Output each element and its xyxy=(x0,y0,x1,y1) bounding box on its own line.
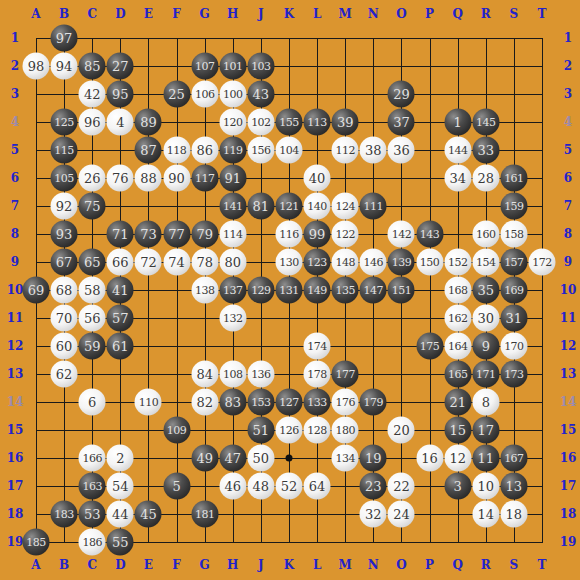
stone-N7[interactable]: 111 xyxy=(360,193,387,220)
col-label-bottom-H: H xyxy=(227,558,238,572)
stone-G2[interactable]: 107 xyxy=(191,53,218,80)
row-label-left-19: 19 xyxy=(7,535,24,549)
row-label-right-13: 13 xyxy=(560,367,577,381)
stone-R8[interactable]: 160 xyxy=(472,221,499,248)
stone-Q6[interactable]: 34 xyxy=(444,165,471,192)
row-label-left-16: 16 xyxy=(7,451,24,465)
col-label-top-Q: Q xyxy=(452,7,462,21)
col-label-top-C: C xyxy=(87,7,97,21)
stone-N18[interactable]: 32 xyxy=(360,501,387,528)
stone-Q11[interactable]: 162 xyxy=(444,305,471,332)
stone-R5[interactable]: 33 xyxy=(472,137,499,164)
stone-S9[interactable]: 157 xyxy=(500,249,527,276)
col-label-bottom-J: J xyxy=(258,558,264,572)
stone-B7[interactable]: 92 xyxy=(51,193,78,220)
stone-H14[interactable]: 83 xyxy=(219,389,246,416)
col-label-bottom-D: D xyxy=(115,558,125,572)
stone-R16[interactable]: 11 xyxy=(472,445,499,472)
col-label-top-O: O xyxy=(396,7,406,21)
stone-E9[interactable]: 72 xyxy=(135,249,162,276)
col-label-top-K: K xyxy=(284,7,294,21)
col-label-bottom-L: L xyxy=(313,558,321,572)
stone-C12[interactable]: 59 xyxy=(79,333,106,360)
stone-L9[interactable]: 123 xyxy=(304,249,331,276)
col-label-bottom-M: M xyxy=(339,558,352,572)
stone-R10[interactable]: 35 xyxy=(472,277,499,304)
stone-R9[interactable]: 154 xyxy=(472,249,499,276)
col-label-top-T: T xyxy=(538,7,547,21)
stone-C2[interactable]: 85 xyxy=(79,53,106,80)
stone-S18[interactable]: 18 xyxy=(500,501,527,528)
stone-Q16[interactable]: 12 xyxy=(444,445,471,472)
stone-R15[interactable]: 17 xyxy=(472,417,499,444)
stone-R14[interactable]: 8 xyxy=(472,389,499,416)
stone-B18[interactable]: 183 xyxy=(51,501,78,528)
stone-P9[interactable]: 150 xyxy=(416,249,443,276)
stone-J2[interactable]: 103 xyxy=(247,53,274,80)
row-label-left-14: 14 xyxy=(7,395,24,409)
grid-vline-T xyxy=(542,38,543,543)
row-label-right-17: 17 xyxy=(560,479,577,493)
stone-M7[interactable]: 124 xyxy=(332,193,359,220)
col-label-bottom-G: G xyxy=(200,558,210,572)
stone-S13[interactable]: 173 xyxy=(500,361,527,388)
stone-T9[interactable]: 172 xyxy=(528,249,555,276)
stone-S6[interactable]: 161 xyxy=(500,165,527,192)
stone-O4[interactable]: 37 xyxy=(388,109,415,136)
row-label-right-8: 8 xyxy=(564,227,572,241)
stone-N16[interactable]: 19 xyxy=(360,445,387,472)
row-label-right-7: 7 xyxy=(564,199,572,213)
stone-L7[interactable]: 140 xyxy=(304,193,331,220)
stone-J4[interactable]: 102 xyxy=(247,109,274,136)
stone-D16[interactable]: 2 xyxy=(107,445,134,472)
stone-E6[interactable]: 88 xyxy=(135,165,162,192)
stone-Q14[interactable]: 21 xyxy=(444,389,471,416)
col-label-bottom-R: R xyxy=(481,558,491,572)
stone-D11[interactable]: 57 xyxy=(107,305,134,332)
stone-D4[interactable]: 4 xyxy=(107,109,134,136)
row-label-right-18: 18 xyxy=(560,507,577,521)
stone-C7[interactable]: 75 xyxy=(79,193,106,220)
stone-J5[interactable]: 156 xyxy=(247,137,274,164)
stone-M9[interactable]: 148 xyxy=(332,249,359,276)
stone-B12[interactable]: 60 xyxy=(51,333,78,360)
stone-M14[interactable]: 176 xyxy=(332,389,359,416)
stone-B1[interactable]: 97 xyxy=(51,25,78,52)
stone-J10[interactable]: 129 xyxy=(247,277,274,304)
col-label-bottom-B: B xyxy=(59,558,69,572)
stone-D3[interactable]: 95 xyxy=(107,81,134,108)
stone-S10[interactable]: 169 xyxy=(500,277,527,304)
stone-K17[interactable]: 52 xyxy=(275,473,302,500)
col-label-top-N: N xyxy=(368,7,379,21)
star-point-K16 xyxy=(285,455,292,462)
stone-R11[interactable]: 30 xyxy=(472,305,499,332)
stone-J16[interactable]: 50 xyxy=(247,445,274,472)
row-label-right-19: 19 xyxy=(560,535,577,549)
row-label-left-15: 15 xyxy=(7,423,24,437)
stone-B2[interactable]: 94 xyxy=(51,53,78,80)
stone-F6[interactable]: 90 xyxy=(163,165,190,192)
stone-G14[interactable]: 82 xyxy=(191,389,218,416)
grid-vline-F xyxy=(177,38,178,543)
stone-B5[interactable]: 115 xyxy=(51,137,78,164)
row-label-right-12: 12 xyxy=(560,339,577,353)
go-board[interactable]: AABBCCDDEEFFGGHHJJKKLLMMNNOOPPQQRRSSTT11… xyxy=(0,0,580,580)
stone-K10[interactable]: 131 xyxy=(275,277,302,304)
stone-C10[interactable]: 58 xyxy=(79,277,106,304)
stone-H7[interactable]: 141 xyxy=(219,193,246,220)
col-label-bottom-S: S xyxy=(510,558,519,572)
stone-F3[interactable]: 25 xyxy=(163,81,190,108)
stone-F9[interactable]: 74 xyxy=(163,249,190,276)
stone-R13[interactable]: 171 xyxy=(472,361,499,388)
stone-C19[interactable]: 186 xyxy=(79,529,106,556)
stone-B6[interactable]: 105 xyxy=(51,165,78,192)
stone-G5[interactable]: 86 xyxy=(191,137,218,164)
stone-Q17[interactable]: 3 xyxy=(444,473,471,500)
col-label-bottom-T: T xyxy=(538,558,547,572)
col-label-top-L: L xyxy=(313,7,321,21)
row-label-right-6: 6 xyxy=(564,171,572,185)
col-label-top-S: S xyxy=(510,7,519,21)
stone-D10[interactable]: 41 xyxy=(107,277,134,304)
stone-K5[interactable]: 104 xyxy=(275,137,302,164)
stone-D6[interactable]: 76 xyxy=(107,165,134,192)
stone-M15[interactable]: 180 xyxy=(332,417,359,444)
stone-H3[interactable]: 100 xyxy=(219,81,246,108)
col-label-top-H: H xyxy=(227,7,238,21)
stone-H4[interactable]: 120 xyxy=(219,109,246,136)
stone-A10[interactable]: 69 xyxy=(23,277,50,304)
stone-Q4[interactable]: 1 xyxy=(444,109,471,136)
stone-K7[interactable]: 121 xyxy=(275,193,302,220)
stone-H2[interactable]: 101 xyxy=(219,53,246,80)
stone-E4[interactable]: 89 xyxy=(135,109,162,136)
stone-S12[interactable]: 170 xyxy=(500,333,527,360)
stone-S8[interactable]: 158 xyxy=(500,221,527,248)
stone-G8[interactable]: 79 xyxy=(191,221,218,248)
stone-D8[interactable]: 71 xyxy=(107,221,134,248)
row-label-right-10: 10 xyxy=(560,283,577,297)
stone-N5[interactable]: 38 xyxy=(360,137,387,164)
stone-H11[interactable]: 132 xyxy=(219,305,246,332)
stone-L17[interactable]: 64 xyxy=(304,473,331,500)
stone-P8[interactable]: 143 xyxy=(416,221,443,248)
stone-E18[interactable]: 45 xyxy=(135,501,162,528)
stone-H5[interactable]: 119 xyxy=(219,137,246,164)
stone-P16[interactable]: 16 xyxy=(416,445,443,472)
stone-G3[interactable]: 106 xyxy=(191,81,218,108)
row-label-right-4: 4 xyxy=(564,115,572,129)
col-label-top-F: F xyxy=(172,7,181,21)
row-label-left-10: 10 xyxy=(7,283,24,297)
stone-G13[interactable]: 84 xyxy=(191,361,218,388)
stone-A2[interactable]: 98 xyxy=(23,53,50,80)
col-label-bottom-E: E xyxy=(144,558,153,572)
stone-O10[interactable]: 151 xyxy=(388,277,415,304)
stone-A19[interactable]: 185 xyxy=(23,529,50,556)
col-label-bottom-P: P xyxy=(425,558,434,572)
stone-N9[interactable]: 146 xyxy=(360,249,387,276)
stone-O8[interactable]: 142 xyxy=(388,221,415,248)
stone-M16[interactable]: 134 xyxy=(332,445,359,472)
stone-O17[interactable]: 22 xyxy=(388,473,415,500)
stone-B4[interactable]: 125 xyxy=(51,109,78,136)
stone-D18[interactable]: 44 xyxy=(107,501,134,528)
stone-C6[interactable]: 26 xyxy=(79,165,106,192)
stone-C3[interactable]: 42 xyxy=(79,81,106,108)
stone-C4[interactable]: 96 xyxy=(79,109,106,136)
stone-J3[interactable]: 43 xyxy=(247,81,274,108)
stone-C18[interactable]: 53 xyxy=(79,501,106,528)
stone-Q12[interactable]: 164 xyxy=(444,333,471,360)
stone-M13[interactable]: 177 xyxy=(332,361,359,388)
stone-H6[interactable]: 91 xyxy=(219,165,246,192)
stone-J17[interactable]: 48 xyxy=(247,473,274,500)
stone-E8[interactable]: 73 xyxy=(135,221,162,248)
stone-R18[interactable]: 14 xyxy=(472,501,499,528)
stone-N10[interactable]: 147 xyxy=(360,277,387,304)
row-label-left-18: 18 xyxy=(7,507,24,521)
row-label-right-3: 3 xyxy=(564,87,572,101)
col-label-top-E: E xyxy=(144,7,153,21)
stone-K15[interactable]: 126 xyxy=(275,417,302,444)
stone-H9[interactable]: 80 xyxy=(219,249,246,276)
stone-S17[interactable]: 13 xyxy=(500,473,527,500)
row-label-left-13: 13 xyxy=(7,367,24,381)
stone-F8[interactable]: 77 xyxy=(163,221,190,248)
stone-N17[interactable]: 23 xyxy=(360,473,387,500)
stone-K8[interactable]: 116 xyxy=(275,221,302,248)
stone-J14[interactable]: 153 xyxy=(247,389,274,416)
stone-C9[interactable]: 65 xyxy=(79,249,106,276)
stone-L4[interactable]: 113 xyxy=(304,109,331,136)
row-label-right-5: 5 xyxy=(564,143,572,157)
stone-C14[interactable]: 6 xyxy=(79,389,106,416)
stone-L10[interactable]: 149 xyxy=(304,277,331,304)
col-label-top-G: G xyxy=(200,7,210,21)
stone-Q5[interactable]: 144 xyxy=(444,137,471,164)
row-label-right-1: 1 xyxy=(564,31,572,45)
stone-C16[interactable]: 166 xyxy=(79,445,106,472)
stone-O15[interactable]: 20 xyxy=(388,417,415,444)
stone-O18[interactable]: 24 xyxy=(388,501,415,528)
stone-L14[interactable]: 133 xyxy=(304,389,331,416)
stone-B11[interactable]: 70 xyxy=(51,305,78,332)
stone-D17[interactable]: 54 xyxy=(107,473,134,500)
stone-G16[interactable]: 49 xyxy=(191,445,218,472)
stone-E5[interactable]: 87 xyxy=(135,137,162,164)
stone-B10[interactable]: 68 xyxy=(51,277,78,304)
row-label-left-11: 11 xyxy=(7,311,24,325)
stone-E14[interactable]: 110 xyxy=(135,389,162,416)
stone-Q10[interactable]: 168 xyxy=(444,277,471,304)
stone-H17[interactable]: 46 xyxy=(219,473,246,500)
stone-S11[interactable]: 31 xyxy=(500,305,527,332)
stone-J13[interactable]: 136 xyxy=(247,361,274,388)
row-label-left-1: 1 xyxy=(11,31,19,45)
col-label-bottom-N: N xyxy=(368,558,379,572)
stone-G10[interactable]: 138 xyxy=(191,277,218,304)
stone-G6[interactable]: 117 xyxy=(191,165,218,192)
stone-O5[interactable]: 36 xyxy=(388,137,415,164)
row-label-left-3: 3 xyxy=(11,87,19,101)
stone-D9[interactable]: 66 xyxy=(107,249,134,276)
stone-C11[interactable]: 56 xyxy=(79,305,106,332)
stone-D12[interactable]: 61 xyxy=(107,333,134,360)
stone-M10[interactable]: 135 xyxy=(332,277,359,304)
row-label-right-14: 14 xyxy=(560,395,577,409)
stone-Q9[interactable]: 152 xyxy=(444,249,471,276)
stone-M5[interactable]: 112 xyxy=(332,137,359,164)
col-label-top-P: P xyxy=(425,7,434,21)
stone-Q15[interactable]: 15 xyxy=(444,417,471,444)
col-label-top-M: M xyxy=(339,7,352,21)
row-label-left-2: 2 xyxy=(11,59,19,73)
row-label-right-16: 16 xyxy=(560,451,577,465)
stone-L15[interactable]: 128 xyxy=(304,417,331,444)
col-label-bottom-K: K xyxy=(284,558,294,572)
stone-L13[interactable]: 178 xyxy=(304,361,331,388)
stone-J15[interactable]: 51 xyxy=(247,417,274,444)
stone-L8[interactable]: 99 xyxy=(304,221,331,248)
row-label-left-12: 12 xyxy=(7,339,24,353)
stone-O3[interactable]: 29 xyxy=(388,81,415,108)
row-label-left-8: 8 xyxy=(11,227,19,241)
stone-B8[interactable]: 93 xyxy=(51,221,78,248)
row-label-right-15: 15 xyxy=(560,423,577,437)
stone-H10[interactable]: 137 xyxy=(219,277,246,304)
stone-K4[interactable]: 155 xyxy=(275,109,302,136)
stone-G9[interactable]: 78 xyxy=(191,249,218,276)
stone-B9[interactable]: 67 xyxy=(51,249,78,276)
stone-M8[interactable]: 122 xyxy=(332,221,359,248)
stone-F5[interactable]: 118 xyxy=(163,137,190,164)
stone-K9[interactable]: 130 xyxy=(275,249,302,276)
stone-O9[interactable]: 139 xyxy=(388,249,415,276)
col-label-top-R: R xyxy=(481,7,491,21)
stone-S16[interactable]: 167 xyxy=(500,445,527,472)
stone-M4[interactable]: 39 xyxy=(332,109,359,136)
stone-S7[interactable]: 159 xyxy=(500,193,527,220)
col-label-top-D: D xyxy=(115,7,125,21)
row-label-left-4: 4 xyxy=(11,115,19,129)
stone-H8[interactable]: 114 xyxy=(219,221,246,248)
stone-N14[interactable]: 179 xyxy=(360,389,387,416)
row-label-right-2: 2 xyxy=(564,59,572,73)
stone-B13[interactable]: 62 xyxy=(51,361,78,388)
stone-H16[interactable]: 47 xyxy=(219,445,246,472)
row-label-right-9: 9 xyxy=(564,255,572,269)
row-label-left-5: 5 xyxy=(11,143,19,157)
stone-D2[interactable]: 27 xyxy=(107,53,134,80)
col-label-bottom-Q: Q xyxy=(452,558,462,572)
col-label-bottom-O: O xyxy=(396,558,406,572)
stone-G18[interactable]: 181 xyxy=(191,501,218,528)
stone-R6[interactable]: 28 xyxy=(472,165,499,192)
stone-K14[interactable]: 127 xyxy=(275,389,302,416)
col-label-top-B: B xyxy=(59,7,69,21)
row-label-right-11: 11 xyxy=(560,311,577,325)
stone-F15[interactable]: 109 xyxy=(163,417,190,444)
col-label-bottom-A: A xyxy=(31,558,40,572)
row-label-left-9: 9 xyxy=(11,255,19,269)
stone-H13[interactable]: 108 xyxy=(219,361,246,388)
stone-R12[interactable]: 9 xyxy=(472,333,499,360)
col-label-top-A: A xyxy=(31,7,40,21)
col-label-top-J: J xyxy=(258,7,264,21)
stone-F17[interactable]: 5 xyxy=(163,473,190,500)
stone-C17[interactable]: 163 xyxy=(79,473,106,500)
stone-P12[interactable]: 175 xyxy=(416,333,443,360)
stone-D19[interactable]: 55 xyxy=(107,529,134,556)
stone-Q13[interactable]: 165 xyxy=(444,361,471,388)
row-label-left-17: 17 xyxy=(7,479,24,493)
stone-J7[interactable]: 81 xyxy=(247,193,274,220)
stone-L12[interactable]: 174 xyxy=(304,333,331,360)
row-label-left-7: 7 xyxy=(11,199,19,213)
stone-R17[interactable]: 10 xyxy=(472,473,499,500)
col-label-bottom-F: F xyxy=(172,558,181,572)
stone-L6[interactable]: 40 xyxy=(304,165,331,192)
row-label-left-6: 6 xyxy=(11,171,19,185)
stone-R4[interactable]: 145 xyxy=(472,109,499,136)
col-label-bottom-C: C xyxy=(87,558,97,572)
